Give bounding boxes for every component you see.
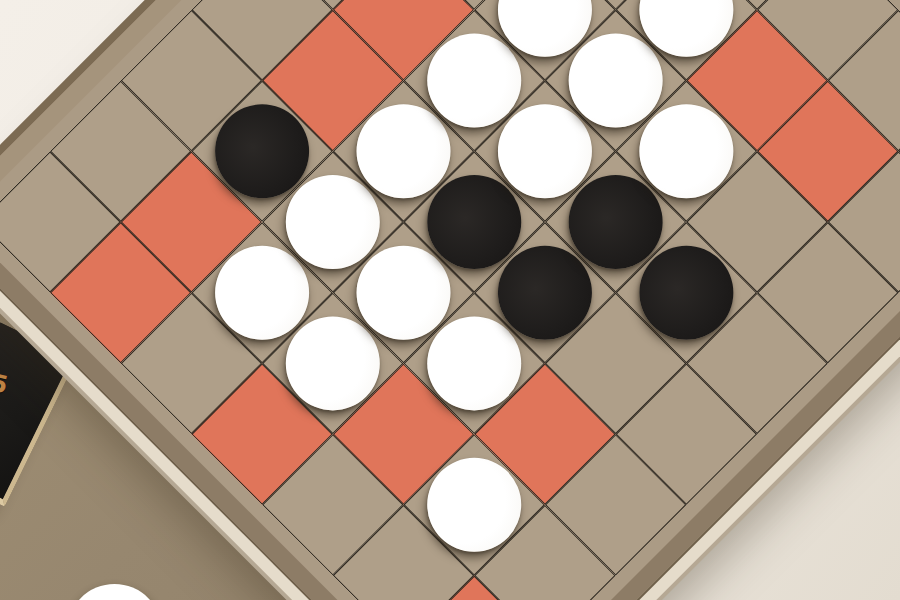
tabletop-scene: 5 [0, 0, 900, 600]
